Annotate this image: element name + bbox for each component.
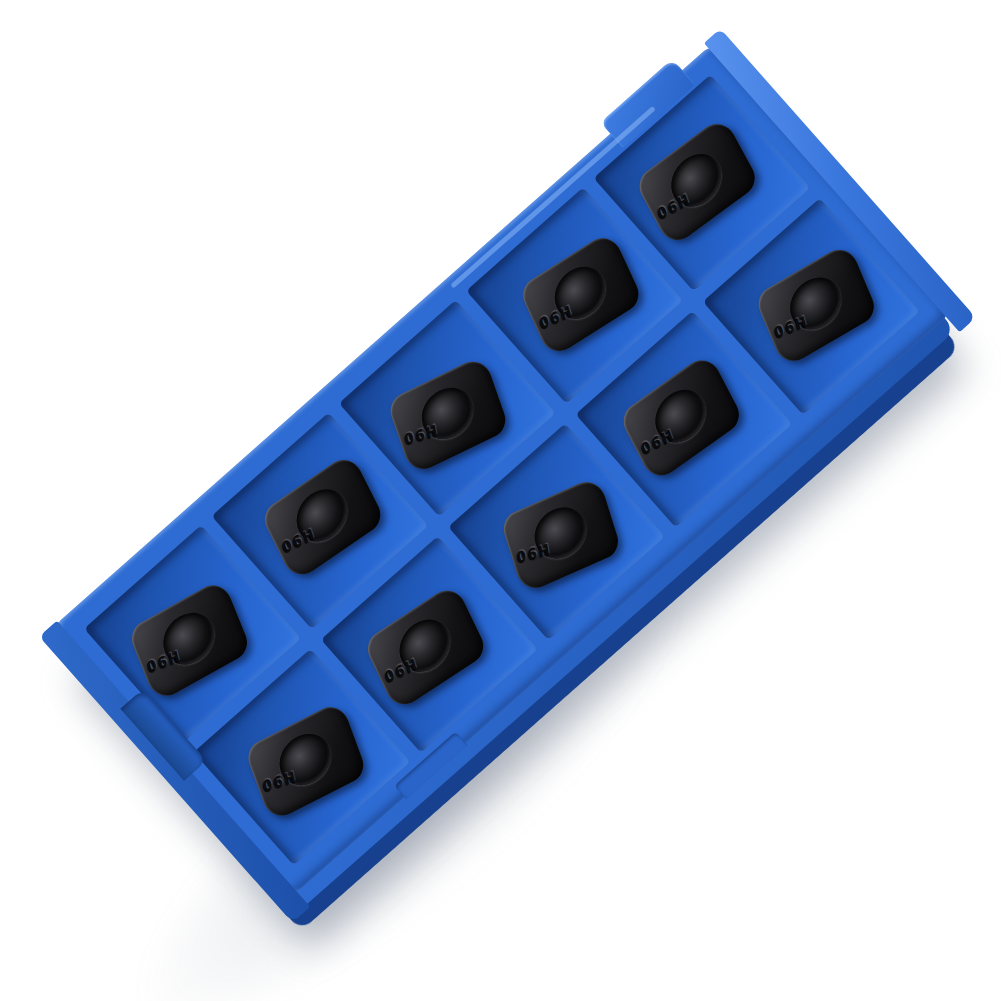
milling-insert: H90 (618, 351, 744, 484)
insert-marking: H90 (278, 524, 316, 555)
product-photo-scene: H90 H90 H90 (0, 0, 1001, 1001)
milling-insert: H90 (499, 475, 621, 594)
insert-marking: H90 (513, 540, 550, 566)
milling-insert: H90 (386, 354, 509, 476)
insert-marking: H90 (143, 646, 181, 675)
insert-marking: H90 (770, 312, 808, 341)
milling-insert: H90 (362, 582, 488, 713)
insert-marking: H90 (380, 654, 418, 685)
milling-insert: H90 (259, 451, 385, 583)
milling-insert: H90 (244, 699, 368, 822)
milling-insert: H90 (127, 577, 252, 703)
milling-insert: H90 (753, 241, 878, 368)
insert-marking: H90 (637, 425, 675, 457)
insert-marking: H90 (535, 301, 573, 331)
insert-marking: H90 (259, 767, 296, 795)
milling-insert: H90 (518, 229, 644, 359)
insert-marking: H90 (401, 420, 438, 447)
insert-marking: H90 (653, 190, 691, 222)
milling-insert: H90 (634, 115, 760, 249)
